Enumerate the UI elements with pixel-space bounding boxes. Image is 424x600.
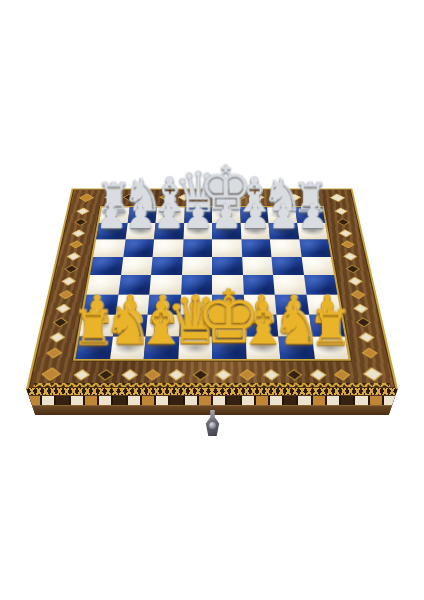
diamond-inlay-icon (50, 332, 65, 342)
square-g6[interactable] (270, 239, 301, 256)
diamond-inlay-icon (46, 347, 62, 358)
square-h5[interactable] (301, 257, 334, 275)
square-b5[interactable] (121, 257, 153, 275)
diamond-inlay-icon (67, 252, 81, 260)
diamond-inlay-icon (353, 304, 368, 314)
diamond-inlay-icon (79, 194, 94, 202)
diamond-inlay-icon (356, 318, 371, 328)
pearl-inlay-block (56, 396, 68, 405)
silver-pawn-icon: ♟ (269, 200, 299, 234)
pearl-inlay-block (170, 396, 182, 405)
pearl-inlay-block (270, 396, 282, 405)
silver-pawn-icon: ♟ (211, 200, 241, 234)
square-f5[interactable] (242, 257, 273, 275)
diamond-inlay-icon (216, 369, 232, 380)
diamond-inlay-icon (341, 241, 355, 249)
diamond-inlay-icon (74, 369, 90, 380)
pearl-inlay-block (185, 396, 197, 405)
silver-pawn-icon: ♟ (96, 200, 126, 234)
pearl-inlay-block (370, 396, 382, 405)
square-c6[interactable] (153, 239, 183, 256)
pearl-inlay-block (142, 396, 154, 405)
chessboard: ♜♞♝♛♚♝♞♜♟♟♟♟♟♟♟♟♟♟♟♟♟♟♟♟♜♞♝♛♚♝♞♜ (26, 189, 398, 390)
square-b7[interactable]: ♟ (125, 223, 155, 240)
diamond-inlay-icon (348, 277, 362, 286)
diamond-inlay-icon (239, 369, 255, 380)
pearl-inlay-block (355, 396, 367, 405)
diamond-inlay-icon (64, 264, 78, 273)
piece-white-king-e1[interactable]: ♚ (212, 336, 246, 359)
piece-black-pawn-a7[interactable]: ♟ (96, 223, 127, 240)
square-g1[interactable]: ♞ (278, 336, 314, 359)
inlay-corner-diamond (329, 193, 347, 202)
diamond-inlay-icon (363, 367, 382, 381)
square-e5[interactable] (212, 257, 243, 275)
diamond-inlay-icon (41, 367, 60, 381)
diamond-inlay-icon (351, 290, 366, 299)
diamond-inlay-icon (334, 369, 350, 380)
diamond-inlay-icon (121, 369, 137, 380)
pearl-inlay-block (128, 396, 140, 405)
diamond-inlay-icon (69, 241, 83, 249)
square-e7[interactable]: ♟ (212, 223, 241, 240)
pearl-inlay-block (384, 396, 396, 405)
square-d7[interactable]: ♟ (183, 223, 212, 240)
pearl-inlay-block (213, 396, 225, 405)
square-e1[interactable]: ♚ (212, 336, 246, 359)
diamond-inlay-icon (330, 194, 345, 202)
box-chevron-band (26, 388, 398, 395)
square-g7[interactable]: ♟ (268, 223, 298, 240)
diamond-inlay-icon (263, 369, 279, 380)
diamond-inlay-icon (343, 252, 357, 260)
diamond-inlay-icon (337, 218, 350, 225)
pearl-inlay-block (99, 396, 111, 405)
piece-black-pawn-c7[interactable]: ♟ (154, 223, 184, 240)
pearl-inlay-block (341, 396, 353, 405)
square-h7[interactable]: ♟ (297, 223, 328, 240)
diamond-inlay-icon (76, 208, 89, 215)
diamond-inlay-icon (192, 369, 208, 380)
pearl-inlay-block (227, 396, 239, 405)
inlay-corner-diamond (78, 193, 96, 202)
inlay-corner-diamond (361, 367, 384, 381)
silver-pawn-icon: ♟ (297, 200, 327, 234)
gold-king-icon: ♚ (196, 281, 262, 354)
gold-knight-icon: ♞ (272, 297, 322, 353)
diamond-inlay-icon (53, 318, 68, 328)
piece-black-pawn-g7[interactable]: ♟ (268, 223, 298, 240)
pearl-inlay-block (42, 396, 54, 405)
silver-pawn-icon: ♟ (240, 200, 270, 234)
pearl-inlay-block (298, 396, 310, 405)
piece-black-pawn-d7[interactable]: ♟ (183, 223, 212, 240)
pearl-inlay-block (284, 396, 296, 405)
square-c7[interactable]: ♟ (154, 223, 184, 240)
diamond-inlay-icon (98, 369, 114, 380)
silver-pawn-icon: ♟ (182, 200, 212, 234)
diamond-inlay-icon (286, 369, 302, 380)
square-f6[interactable] (241, 239, 271, 256)
square-d5[interactable] (182, 257, 213, 275)
pearl-inlay-block (28, 396, 40, 405)
silver-pawn-icon: ♟ (154, 200, 184, 234)
diamond-inlay-icon (335, 208, 348, 215)
diamond-inlay-icon (346, 264, 360, 273)
pearl-inlay-block (156, 396, 168, 405)
diamond-inlay-icon (359, 332, 374, 342)
pearl-inlay-block (71, 396, 83, 405)
square-a6[interactable] (93, 239, 125, 256)
diamond-inlay-icon (362, 347, 378, 358)
box-pearl-inlay-row (28, 396, 396, 405)
piece-black-pawn-b7[interactable]: ♟ (125, 223, 155, 240)
piece-black-pawn-h7[interactable]: ♟ (297, 223, 328, 240)
diamond-inlay-icon (72, 229, 85, 237)
diamond-inlay-icon (168, 369, 184, 380)
silver-pawn-icon: ♟ (125, 200, 155, 234)
square-d6[interactable] (182, 239, 212, 256)
chess-set-photo-scene: ♜♞♝♛♚♝♞♜♟♟♟♟♟♟♟♟♟♟♟♟♟♟♟♟♜♞♝♛♚♝♞♜ (0, 0, 424, 600)
diamond-inlay-icon (74, 218, 87, 225)
piece-white-knight-g1[interactable]: ♞ (278, 336, 314, 359)
square-a5[interactable] (90, 257, 123, 275)
pearl-inlay-block (199, 396, 211, 405)
edge-chevron-band (33, 383, 390, 387)
diamond-inlay-icon (310, 369, 326, 380)
square-e6[interactable] (212, 239, 242, 256)
square-h6[interactable] (299, 239, 331, 256)
diamond-inlay-strip-bottom (69, 368, 355, 382)
pearl-inlay-block (256, 396, 268, 405)
square-f7[interactable]: ♟ (240, 223, 270, 240)
piece-black-pawn-f7[interactable]: ♟ (240, 223, 270, 240)
piece-black-pawn-e7[interactable]: ♟ (212, 223, 241, 240)
pearl-inlay-block (113, 396, 125, 405)
inlay-corner-diamond (39, 367, 62, 381)
pearl-inlay-block (327, 396, 339, 405)
chessboard-grid: ♜♞♝♛♚♝♞♜♟♟♟♟♟♟♟♟♟♟♟♟♟♟♟♟♜♞♝♛♚♝♞♜ (73, 206, 351, 361)
square-c5[interactable] (151, 257, 182, 275)
diamond-inlay-icon (59, 290, 74, 299)
square-a7[interactable]: ♟ (96, 223, 127, 240)
pearl-inlay-block (242, 396, 254, 405)
diamond-inlay-icon (56, 304, 71, 314)
diamond-inlay-icon (62, 277, 76, 286)
diamond-inlay-icon (339, 229, 352, 237)
square-b6[interactable] (123, 239, 154, 256)
board-3d-wrap: ♜♞♝♛♚♝♞♜♟♟♟♟♟♟♟♟♟♟♟♟♟♟♟♟♜♞♝♛♚♝♞♜ (52, 115, 372, 435)
diamond-inlay-icon (145, 369, 161, 380)
pearl-inlay-block (313, 396, 325, 405)
pearl-inlay-block (85, 396, 97, 405)
square-g5[interactable] (271, 257, 303, 275)
